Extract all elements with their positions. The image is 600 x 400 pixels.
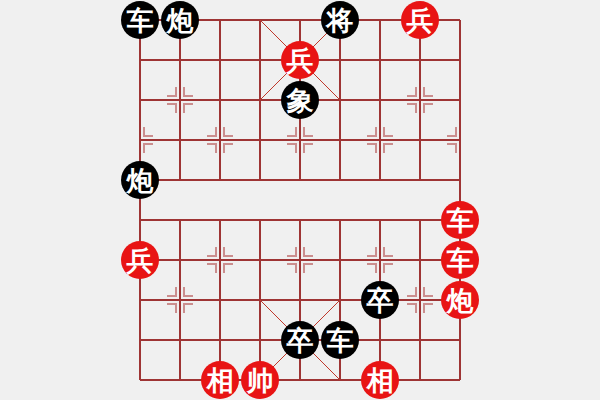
- piece-black-chariot[interactable]: 车: [321, 321, 359, 359]
- piece-black-soldier[interactable]: 卒: [281, 321, 319, 359]
- pieces-layer: 车炮将兵兵象炮车兵车卒炮卒车相帅相: [120, 0, 480, 400]
- piece-black-chariot[interactable]: 车: [121, 1, 159, 39]
- piece-black-soldier[interactable]: 卒: [361, 281, 399, 319]
- xiangqi-screen: 车炮将兵兵象炮车兵车卒炮卒车相帅相: [0, 0, 600, 400]
- piece-red-general[interactable]: 帅: [241, 361, 279, 399]
- piece-black-general[interactable]: 将: [321, 1, 359, 39]
- piece-red-soldier[interactable]: 兵: [401, 1, 439, 39]
- piece-red-cannon[interactable]: 炮: [441, 281, 479, 319]
- piece-red-elephant[interactable]: 相: [361, 361, 399, 399]
- piece-red-soldier[interactable]: 兵: [121, 241, 159, 279]
- piece-black-cannon[interactable]: 炮: [161, 1, 199, 39]
- piece-red-elephant[interactable]: 相: [201, 361, 239, 399]
- piece-red-soldier[interactable]: 兵: [281, 41, 319, 79]
- piece-red-chariot[interactable]: 车: [441, 201, 479, 239]
- piece-black-cannon[interactable]: 炮: [121, 161, 159, 199]
- piece-black-elephant[interactable]: 象: [281, 81, 319, 119]
- piece-red-chariot[interactable]: 车: [441, 241, 479, 279]
